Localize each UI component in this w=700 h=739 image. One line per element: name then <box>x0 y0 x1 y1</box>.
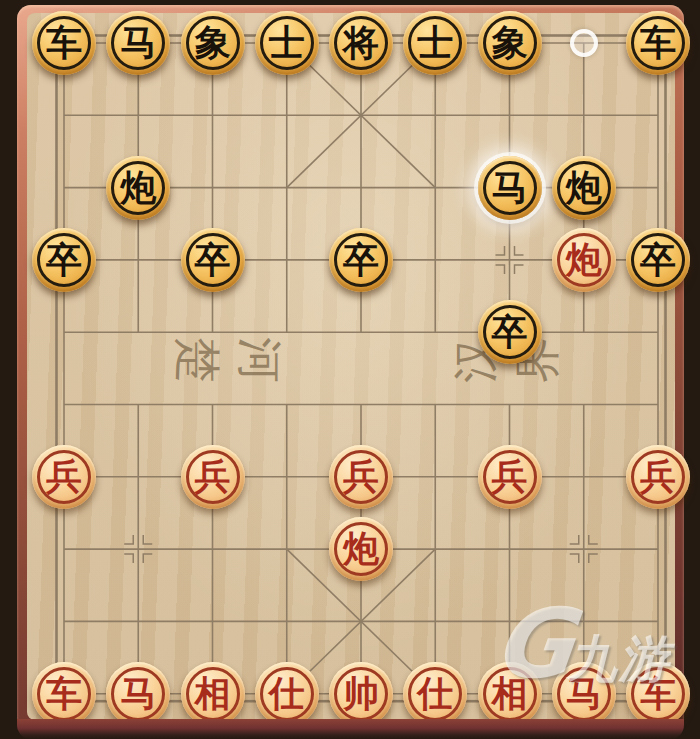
piece-glyph: 车 <box>46 676 82 712</box>
piece-glyph: 卒 <box>343 242 379 278</box>
piece-glyph: 炮 <box>343 531 379 567</box>
piece-black-马[interactable]: 马 <box>478 156 542 220</box>
piece-black-士[interactable]: 士 <box>403 11 467 75</box>
xiangqi-board: 楚河 汉界 车马象士将士象车炮马炮卒卒卒炮卒卒兵兵兵兵兵炮车马相仕帅仕相马车 G… <box>0 0 700 739</box>
piece-black-士[interactable]: 士 <box>255 11 319 75</box>
piece-black-马[interactable]: 马 <box>106 11 170 75</box>
piece-glyph: 炮 <box>120 170 156 206</box>
piece-glyph: 卒 <box>195 242 231 278</box>
piece-glyph: 象 <box>195 25 231 61</box>
piece-red-兵[interactable]: 兵 <box>626 445 690 509</box>
piece-black-炮[interactable]: 炮 <box>106 156 170 220</box>
river-label-left: 楚河 <box>175 337 283 383</box>
piece-black-车[interactable]: 车 <box>32 11 96 75</box>
piece-red-相[interactable]: 相 <box>181 662 245 726</box>
piece-black-象[interactable]: 象 <box>181 11 245 75</box>
piece-black-将[interactable]: 将 <box>329 11 393 75</box>
piece-glyph: 马 <box>120 25 156 61</box>
piece-glyph: 卒 <box>492 314 528 350</box>
piece-glyph: 炮 <box>566 170 602 206</box>
piece-red-兵[interactable]: 兵 <box>478 445 542 509</box>
piece-glyph: 卒 <box>640 242 676 278</box>
piece-glyph: 兵 <box>492 459 528 495</box>
piece-glyph: 相 <box>195 676 231 712</box>
piece-glyph: 炮 <box>566 242 602 278</box>
piece-red-车[interactable]: 车 <box>626 662 690 726</box>
piece-glyph: 帅 <box>343 676 379 712</box>
piece-black-象[interactable]: 象 <box>478 11 542 75</box>
piece-red-马[interactable]: 马 <box>552 662 616 726</box>
piece-red-马[interactable]: 马 <box>106 662 170 726</box>
piece-glyph: 相 <box>492 676 528 712</box>
piece-red-兵[interactable]: 兵 <box>329 445 393 509</box>
piece-black-卒[interactable]: 卒 <box>478 300 542 364</box>
piece-glyph: 车 <box>46 25 82 61</box>
last-move-origin-marker <box>570 29 598 57</box>
piece-red-仕[interactable]: 仕 <box>403 662 467 726</box>
piece-red-相[interactable]: 相 <box>478 662 542 726</box>
piece-glyph: 马 <box>566 676 602 712</box>
piece-glyph: 兵 <box>46 459 82 495</box>
piece-glyph: 车 <box>640 25 676 61</box>
piece-black-卒[interactable]: 卒 <box>32 228 96 292</box>
piece-glyph: 将 <box>343 25 379 61</box>
piece-glyph: 马 <box>120 676 156 712</box>
piece-red-炮[interactable]: 炮 <box>329 517 393 581</box>
piece-black-车[interactable]: 车 <box>626 11 690 75</box>
piece-glyph: 马 <box>492 170 528 206</box>
piece-red-炮[interactable]: 炮 <box>552 228 616 292</box>
piece-glyph: 兵 <box>343 459 379 495</box>
board-frame-bottom-edge <box>17 719 684 739</box>
piece-glyph: 士 <box>269 25 305 61</box>
piece-glyph: 仕 <box>269 676 305 712</box>
piece-glyph: 卒 <box>46 242 82 278</box>
piece-glyph: 车 <box>640 676 676 712</box>
piece-black-卒[interactable]: 卒 <box>329 228 393 292</box>
piece-glyph: 兵 <box>640 459 676 495</box>
piece-red-兵[interactable]: 兵 <box>181 445 245 509</box>
piece-black-炮[interactable]: 炮 <box>552 156 616 220</box>
piece-black-卒[interactable]: 卒 <box>626 228 690 292</box>
piece-glyph: 兵 <box>195 459 231 495</box>
piece-red-仕[interactable]: 仕 <box>255 662 319 726</box>
piece-glyph: 象 <box>492 25 528 61</box>
board-grid <box>0 0 700 739</box>
piece-glyph: 仕 <box>417 676 453 712</box>
piece-red-帅[interactable]: 帅 <box>329 662 393 726</box>
piece-red-兵[interactable]: 兵 <box>32 445 96 509</box>
piece-black-卒[interactable]: 卒 <box>181 228 245 292</box>
piece-glyph: 士 <box>417 25 453 61</box>
piece-red-车[interactable]: 车 <box>32 662 96 726</box>
